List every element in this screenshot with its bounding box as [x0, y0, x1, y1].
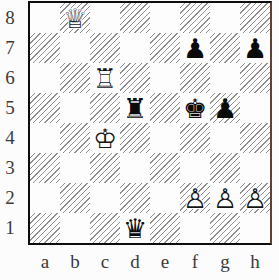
- file-label-c: c: [90, 248, 120, 276]
- piece-bR-d5: ♜: [120, 93, 150, 123]
- file-label-a: a: [30, 248, 60, 276]
- square-f3: [180, 153, 210, 183]
- square-a5: [30, 93, 60, 123]
- square-h2: ♟♙: [240, 183, 270, 213]
- file-label-h: h: [240, 248, 270, 276]
- square-e8: [150, 3, 180, 33]
- square-b2: [60, 183, 90, 213]
- rank-label-7: 7: [1, 33, 19, 63]
- square-d3: [120, 153, 150, 183]
- square-c3: [90, 153, 120, 183]
- square-d1: ♛: [120, 213, 150, 243]
- chess-diagram: 87654321 ♛♕♟♟♜♖♜♚♟♚♔♟♙♟♙♟♙♛ abcdefgh: [0, 0, 279, 280]
- piece-bP-f7: ♟: [180, 33, 210, 63]
- square-h1: [240, 213, 270, 243]
- square-e7: [150, 33, 180, 63]
- rank-label-2: 2: [1, 183, 19, 213]
- square-f8: [180, 3, 210, 33]
- square-a3: [30, 153, 60, 183]
- square-c4: ♚♔: [90, 123, 120, 153]
- square-a2: [30, 183, 60, 213]
- rank-labels: 87654321: [1, 3, 19, 243]
- piece-wP-h2: ♙: [240, 183, 270, 213]
- square-h6: [240, 63, 270, 93]
- square-h5: [240, 93, 270, 123]
- square-f2: ♟♙: [180, 183, 210, 213]
- square-g3: [210, 153, 240, 183]
- square-d8: [120, 3, 150, 33]
- square-b4: [60, 123, 90, 153]
- rank-label-5: 5: [1, 93, 19, 123]
- rank-label-6: 6: [1, 63, 19, 93]
- square-d4: [120, 123, 150, 153]
- piece-bK-f5: ♚: [180, 93, 210, 123]
- square-a7: [30, 33, 60, 63]
- square-f7: ♟: [180, 33, 210, 63]
- square-b1: [60, 213, 90, 243]
- piece-bQ-d1: ♛: [120, 213, 150, 243]
- square-e2: [150, 183, 180, 213]
- square-c5: [90, 93, 120, 123]
- square-g4: [210, 123, 240, 153]
- square-e1: [150, 213, 180, 243]
- square-g5: ♟: [210, 93, 240, 123]
- square-a4: [30, 123, 60, 153]
- square-f6: [180, 63, 210, 93]
- piece-bP-g5: ♟: [210, 93, 240, 123]
- square-g7: [210, 33, 240, 63]
- square-f1: [180, 213, 210, 243]
- square-g6: [210, 63, 240, 93]
- square-d6: [120, 63, 150, 93]
- file-label-f: f: [180, 248, 210, 276]
- square-a6: [30, 63, 60, 93]
- chess-board: ♛♕♟♟♜♖♜♚♟♚♔♟♙♟♙♟♙♛: [30, 3, 270, 243]
- square-a1: [30, 213, 60, 243]
- square-b8: ♛♕: [60, 3, 90, 33]
- square-e4: [150, 123, 180, 153]
- square-f4: [180, 123, 210, 153]
- square-c1: [90, 213, 120, 243]
- square-e3: [150, 153, 180, 183]
- square-g2: ♟♙: [210, 183, 240, 213]
- square-d2: [120, 183, 150, 213]
- square-c7: [90, 33, 120, 63]
- piece-wR-c6: ♖: [90, 63, 120, 93]
- rank-label-8: 8: [1, 3, 19, 33]
- square-d7: [120, 33, 150, 63]
- square-f5: ♚: [180, 93, 210, 123]
- rank-label-4: 4: [1, 123, 19, 153]
- piece-wK-c4: ♔: [90, 123, 120, 153]
- square-c6: ♜♖: [90, 63, 120, 93]
- square-b5: [60, 93, 90, 123]
- square-h8: [240, 3, 270, 33]
- rank-label-1: 1: [1, 213, 19, 243]
- square-g1: [210, 213, 240, 243]
- square-b3: [60, 153, 90, 183]
- piece-bP-h7: ♟: [240, 33, 270, 63]
- square-b6: [60, 63, 90, 93]
- square-h4: [240, 123, 270, 153]
- file-label-d: d: [120, 248, 150, 276]
- piece-wP-g2: ♙: [210, 183, 240, 213]
- square-c2: [90, 183, 120, 213]
- square-d5: ♜: [120, 93, 150, 123]
- file-label-e: e: [150, 248, 180, 276]
- file-label-g: g: [210, 248, 240, 276]
- square-c8: [90, 3, 120, 33]
- square-b7: [60, 33, 90, 63]
- file-labels: abcdefgh: [30, 248, 270, 276]
- square-g8: [210, 3, 240, 33]
- piece-wQ-b8: ♕: [60, 3, 90, 33]
- square-a8: [30, 3, 60, 33]
- rank-label-3: 3: [1, 153, 19, 183]
- board-frame: ♛♕♟♟♜♖♜♚♟♚♔♟♙♟♙♟♙♛: [28, 1, 272, 245]
- square-h3: [240, 153, 270, 183]
- square-e5: [150, 93, 180, 123]
- piece-wP-f2: ♙: [180, 183, 210, 213]
- file-label-b: b: [60, 248, 90, 276]
- square-e6: [150, 63, 180, 93]
- square-h7: ♟: [240, 33, 270, 63]
